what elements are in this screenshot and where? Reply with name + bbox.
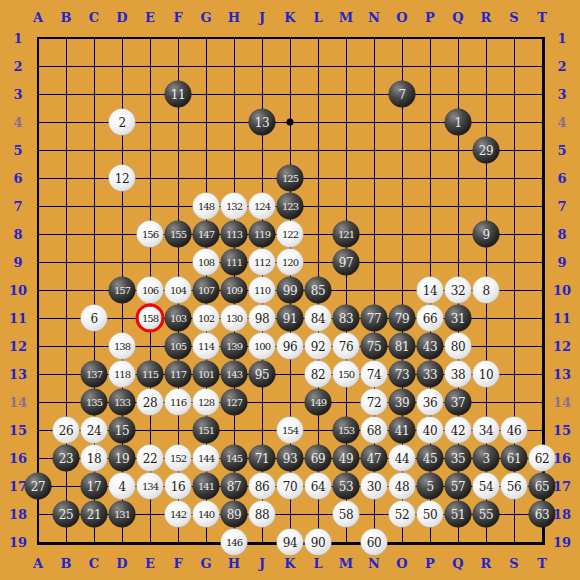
white-stone-30[interactable]: 30 xyxy=(361,473,388,500)
stone-move-number: 1 xyxy=(454,115,461,129)
column-label-bottom: N xyxy=(368,556,380,571)
stone-move-number: 37 xyxy=(451,395,465,409)
white-stone-102[interactable]: 102 xyxy=(193,305,220,332)
black-stone-91[interactable]: 91 xyxy=(277,305,304,332)
black-stone-101[interactable]: 101 xyxy=(193,361,220,388)
column-label-top: O xyxy=(396,10,407,25)
white-stone-140[interactable]: 140 xyxy=(193,501,220,528)
stone-move-number: 91 xyxy=(283,311,297,325)
column-label-top: R xyxy=(481,10,492,25)
stone-move-number: 88 xyxy=(255,507,269,521)
stone-move-number: 116 xyxy=(170,397,186,408)
black-stone-157[interactable]: 157 xyxy=(109,277,136,304)
stone-move-number: 27 xyxy=(31,479,45,493)
stone-move-number: 156 xyxy=(142,229,158,240)
row-label-left: 16 xyxy=(9,451,27,466)
black-stone-83[interactable]: 83 xyxy=(333,305,360,332)
black-stone-75[interactable]: 75 xyxy=(361,333,388,360)
black-stone-51[interactable]: 51 xyxy=(445,501,472,528)
row-label-left: 2 xyxy=(13,59,22,74)
black-stone-5[interactable]: 5 xyxy=(417,473,444,500)
black-stone-25[interactable]: 25 xyxy=(53,501,80,528)
black-stone-33[interactable]: 33 xyxy=(417,361,444,388)
column-label-top: N xyxy=(368,10,380,25)
row-label-left: 12 xyxy=(9,339,27,354)
white-stone-16[interactable]: 16 xyxy=(165,473,192,500)
row-label-left: 7 xyxy=(13,199,22,214)
white-stone-68[interactable]: 68 xyxy=(361,417,388,444)
white-stone-4[interactable]: 4 xyxy=(109,473,136,500)
stone-move-number: 36 xyxy=(423,395,437,409)
column-label-top: J xyxy=(259,10,265,25)
stone-move-number: 93 xyxy=(283,451,297,465)
black-stone-151[interactable]: 151 xyxy=(193,417,220,444)
white-stone-6[interactable]: 6 xyxy=(81,305,108,332)
black-stone-63[interactable]: 63 xyxy=(529,501,556,528)
white-stone-44[interactable]: 44 xyxy=(389,445,416,472)
white-stone-48[interactable]: 48 xyxy=(389,473,416,500)
black-stone-1[interactable]: 1 xyxy=(445,109,472,136)
black-stone-29[interactable]: 29 xyxy=(473,137,500,164)
row-label-right: 8 xyxy=(557,227,566,242)
white-stone-110[interactable]: 110 xyxy=(249,277,276,304)
stone-move-number: 74 xyxy=(367,367,381,381)
stone-move-number: 34 xyxy=(479,423,493,437)
black-stone-89[interactable]: 89 xyxy=(221,501,248,528)
white-stone-86[interactable]: 86 xyxy=(249,473,276,500)
black-stone-109[interactable]: 109 xyxy=(221,277,248,304)
black-stone-85[interactable]: 85 xyxy=(305,277,332,304)
row-label-left: 5 xyxy=(13,143,22,158)
white-stone-96[interactable]: 96 xyxy=(277,333,304,360)
white-stone-80[interactable]: 80 xyxy=(445,333,472,360)
white-stone-36[interactable]: 36 xyxy=(417,389,444,416)
black-stone-73[interactable]: 73 xyxy=(389,361,416,388)
column-label-bottom: L xyxy=(313,556,322,571)
stone-move-number: 138 xyxy=(114,341,130,352)
stone-move-number: 77 xyxy=(367,311,381,325)
white-stone-112[interactable]: 112 xyxy=(249,249,276,276)
stone-move-number: 5 xyxy=(426,479,433,493)
white-stone-90[interactable]: 90 xyxy=(305,529,332,556)
stone-move-number: 47 xyxy=(367,451,381,465)
white-stone-156[interactable]: 156 xyxy=(137,221,164,248)
stone-move-number: 68 xyxy=(367,423,381,437)
stone-move-number: 130 xyxy=(226,313,242,324)
stone-move-number: 15 xyxy=(115,423,129,437)
column-label-bottom: P xyxy=(425,556,435,571)
stone-move-number: 64 xyxy=(311,479,325,493)
black-stone-9[interactable]: 9 xyxy=(473,221,500,248)
stone-move-number: 132 xyxy=(226,201,242,212)
white-stone-50[interactable]: 50 xyxy=(417,501,444,528)
white-stone-120[interactable]: 120 xyxy=(277,249,304,276)
black-stone-81[interactable]: 81 xyxy=(389,333,416,360)
white-stone-104[interactable]: 104 xyxy=(165,277,192,304)
column-label-bottom: K xyxy=(284,556,295,571)
stone-move-number: 35 xyxy=(451,451,465,465)
row-label-right: 16 xyxy=(553,451,571,466)
black-stone-121[interactable]: 121 xyxy=(333,221,360,248)
black-stone-3[interactable]: 3 xyxy=(473,445,500,472)
stone-move-number: 87 xyxy=(227,479,241,493)
black-stone-71[interactable]: 71 xyxy=(249,445,276,472)
row-label-left: 10 xyxy=(9,283,27,298)
row-label-left: 9 xyxy=(13,255,22,270)
stone-move-number: 55 xyxy=(479,507,493,521)
column-label-top: D xyxy=(116,10,127,25)
white-stone-2[interactable]: 2 xyxy=(109,109,136,136)
column-label-bottom: O xyxy=(396,556,407,571)
stone-move-number: 154 xyxy=(282,425,298,436)
stone-move-number: 140 xyxy=(198,509,214,520)
black-stone-127[interactable]: 127 xyxy=(221,389,248,416)
column-label-top: F xyxy=(173,10,182,25)
white-stone-14[interactable]: 14 xyxy=(417,277,444,304)
white-stone-28[interactable]: 28 xyxy=(137,389,164,416)
stone-move-number: 98 xyxy=(255,311,269,325)
white-stone-58[interactable]: 58 xyxy=(333,501,360,528)
stone-move-number: 61 xyxy=(507,451,521,465)
stone-move-number: 12 xyxy=(115,171,129,185)
column-label-top: G xyxy=(200,10,211,25)
stone-move-number: 14 xyxy=(423,283,437,297)
stone-move-number: 143 xyxy=(226,369,242,380)
black-stone-37[interactable]: 37 xyxy=(445,389,472,416)
row-label-left: 15 xyxy=(9,423,27,438)
row-label-right: 7 xyxy=(557,199,566,214)
stone-move-number: 24 xyxy=(87,423,101,437)
white-stone-94[interactable]: 94 xyxy=(277,529,304,556)
black-stone-143[interactable]: 143 xyxy=(221,361,248,388)
stone-move-number: 110 xyxy=(254,285,270,296)
black-stone-99[interactable]: 99 xyxy=(277,277,304,304)
black-stone-23[interactable]: 23 xyxy=(53,445,80,472)
black-stone-27[interactable]: 27 xyxy=(25,473,52,500)
stone-move-number: 43 xyxy=(423,339,437,353)
black-stone-31[interactable]: 31 xyxy=(445,305,472,332)
white-stone-106[interactable]: 106 xyxy=(137,277,164,304)
stone-move-number: 112 xyxy=(254,257,270,268)
white-stone-150[interactable]: 150 xyxy=(333,361,360,388)
stone-move-number: 92 xyxy=(311,339,325,353)
black-stone-69[interactable]: 69 xyxy=(305,445,332,472)
black-stone-105[interactable]: 105 xyxy=(165,333,192,360)
black-stone-93[interactable]: 93 xyxy=(277,445,304,472)
stone-move-number: 131 xyxy=(114,509,130,520)
stone-move-number: 106 xyxy=(142,285,158,296)
row-label-right: 3 xyxy=(557,87,566,102)
black-stone-57[interactable]: 57 xyxy=(445,473,472,500)
stone-move-number: 107 xyxy=(198,285,214,296)
stone-move-number: 46 xyxy=(507,423,521,437)
stone-move-number: 146 xyxy=(226,537,242,548)
black-stone-113[interactable]: 113 xyxy=(221,221,248,248)
black-stone-115[interactable]: 115 xyxy=(137,361,164,388)
white-stone-128[interactable]: 128 xyxy=(193,389,220,416)
white-stone-152[interactable]: 152 xyxy=(165,445,192,472)
black-stone-39[interactable]: 39 xyxy=(389,389,416,416)
black-stone-131[interactable]: 131 xyxy=(109,501,136,528)
column-label-bottom: B xyxy=(61,556,72,571)
white-stone-154[interactable]: 154 xyxy=(277,417,304,444)
stone-move-number: 66 xyxy=(423,311,437,325)
white-stone-158-last-move[interactable]: 158 xyxy=(136,304,165,333)
black-stone-97[interactable]: 97 xyxy=(333,249,360,276)
white-stone-46[interactable]: 46 xyxy=(501,417,528,444)
white-stone-18[interactable]: 18 xyxy=(81,445,108,472)
black-stone-125[interactable]: 125 xyxy=(277,165,304,192)
stone-move-number: 115 xyxy=(142,369,158,380)
white-stone-64[interactable]: 64 xyxy=(305,473,332,500)
black-stone-147[interactable]: 147 xyxy=(193,221,220,248)
stone-move-number: 75 xyxy=(367,339,381,353)
column-label-bottom: A xyxy=(33,556,43,571)
stone-move-number: 120 xyxy=(282,257,298,268)
stone-move-number: 109 xyxy=(226,285,242,296)
white-stone-122[interactable]: 122 xyxy=(277,221,304,248)
row-label-right: 1 xyxy=(557,31,566,46)
column-label-bottom: T xyxy=(537,556,547,571)
go-board[interactable]: AABBCCDDEEFFGGHHJJKKLLMMNNOOPPQQRRSSTT11… xyxy=(0,0,580,580)
white-stone-60[interactable]: 60 xyxy=(361,529,388,556)
stone-move-number: 41 xyxy=(395,423,409,437)
black-stone-137[interactable]: 137 xyxy=(81,361,108,388)
black-stone-41[interactable]: 41 xyxy=(389,417,416,444)
row-label-right: 17 xyxy=(553,479,571,494)
stone-move-number: 121 xyxy=(338,229,354,240)
white-stone-22[interactable]: 22 xyxy=(137,445,164,472)
white-stone-98[interactable]: 98 xyxy=(249,305,276,332)
white-stone-148[interactable]: 148 xyxy=(193,193,220,220)
stone-move-number: 22 xyxy=(143,451,157,465)
column-label-bottom: E xyxy=(145,556,155,571)
stone-move-number: 150 xyxy=(338,369,354,380)
stone-move-number: 124 xyxy=(254,201,270,212)
white-stone-54[interactable]: 54 xyxy=(473,473,500,500)
stone-move-number: 2 xyxy=(118,115,125,129)
stone-move-number: 70 xyxy=(283,479,297,493)
stone-move-number: 145 xyxy=(226,453,242,464)
white-stone-76[interactable]: 76 xyxy=(333,333,360,360)
white-stone-66[interactable]: 66 xyxy=(417,305,444,332)
white-stone-132[interactable]: 132 xyxy=(221,193,248,220)
white-stone-8[interactable]: 8 xyxy=(473,277,500,304)
column-label-top: K xyxy=(284,10,295,25)
stone-move-number: 128 xyxy=(198,397,214,408)
black-stone-145[interactable]: 145 xyxy=(221,445,248,472)
column-label-bottom: F xyxy=(173,556,182,571)
row-label-left: 13 xyxy=(9,367,27,382)
stone-move-number: 105 xyxy=(170,341,186,352)
white-stone-134[interactable]: 134 xyxy=(137,473,164,500)
column-label-top: M xyxy=(339,10,353,25)
column-label-bottom: R xyxy=(481,556,492,571)
white-stone-124[interactable]: 124 xyxy=(249,193,276,220)
stone-move-number: 60 xyxy=(367,535,381,549)
white-stone-10[interactable]: 10 xyxy=(473,361,500,388)
white-stone-142[interactable]: 142 xyxy=(165,501,192,528)
stone-move-number: 99 xyxy=(283,283,297,297)
white-stone-82[interactable]: 82 xyxy=(305,361,332,388)
stone-move-number: 18 xyxy=(87,451,101,465)
white-stone-38[interactable]: 38 xyxy=(445,361,472,388)
stone-move-number: 85 xyxy=(311,283,325,297)
stone-move-number: 26 xyxy=(59,423,73,437)
white-stone-62[interactable]: 62 xyxy=(529,445,556,472)
stone-move-number: 7 xyxy=(398,87,405,101)
white-stone-144[interactable]: 144 xyxy=(193,445,220,472)
row-label-right: 9 xyxy=(557,255,566,270)
white-stone-74[interactable]: 74 xyxy=(361,361,388,388)
black-stone-111[interactable]: 111 xyxy=(221,249,248,276)
stone-move-number: 114 xyxy=(198,341,214,352)
black-stone-117[interactable]: 117 xyxy=(165,361,192,388)
white-stone-52[interactable]: 52 xyxy=(389,501,416,528)
row-label-right: 4 xyxy=(557,115,566,130)
stone-move-number: 125 xyxy=(282,173,298,184)
black-stone-141[interactable]: 141 xyxy=(193,473,220,500)
stone-move-number: 97 xyxy=(339,255,353,269)
white-stone-138[interactable]: 138 xyxy=(109,333,136,360)
stone-move-number: 16 xyxy=(171,479,185,493)
column-label-bottom: Q xyxy=(452,556,463,571)
black-stone-123[interactable]: 123 xyxy=(277,193,304,220)
row-label-left: 8 xyxy=(13,227,22,242)
black-stone-53[interactable]: 53 xyxy=(333,473,360,500)
stone-move-number: 65 xyxy=(535,479,549,493)
stone-move-number: 40 xyxy=(423,423,437,437)
black-stone-61[interactable]: 61 xyxy=(501,445,528,472)
white-stone-26[interactable]: 26 xyxy=(53,417,80,444)
stone-move-number: 44 xyxy=(395,451,409,465)
white-stone-88[interactable]: 88 xyxy=(249,501,276,528)
stone-move-number: 101 xyxy=(198,369,214,380)
white-stone-70[interactable]: 70 xyxy=(277,473,304,500)
stone-move-number: 86 xyxy=(255,479,269,493)
black-stone-153[interactable]: 153 xyxy=(333,417,360,444)
black-stone-155[interactable]: 155 xyxy=(165,221,192,248)
stone-move-number: 89 xyxy=(227,507,241,521)
stone-move-number: 142 xyxy=(170,509,186,520)
stone-move-number: 79 xyxy=(395,311,409,325)
stone-move-number: 51 xyxy=(451,507,465,521)
stone-move-number: 31 xyxy=(451,311,465,325)
stone-move-number: 25 xyxy=(59,507,73,521)
black-stone-79[interactable]: 79 xyxy=(389,305,416,332)
stone-move-number: 141 xyxy=(198,481,214,492)
black-stone-43[interactable]: 43 xyxy=(417,333,444,360)
white-stone-24[interactable]: 24 xyxy=(81,417,108,444)
row-label-left: 11 xyxy=(9,311,27,326)
white-stone-56[interactable]: 56 xyxy=(501,473,528,500)
black-stone-103[interactable]: 103 xyxy=(165,305,192,332)
column-label-top: Q xyxy=(452,10,463,25)
stone-move-number: 119 xyxy=(254,229,270,240)
white-stone-118[interactable]: 118 xyxy=(109,361,136,388)
stone-move-number: 144 xyxy=(198,453,214,464)
stone-move-number: 82 xyxy=(311,367,325,381)
stone-move-number: 50 xyxy=(423,507,437,521)
black-stone-119[interactable]: 119 xyxy=(249,221,276,248)
white-stone-146[interactable]: 146 xyxy=(221,529,248,556)
stone-move-number: 123 xyxy=(282,201,298,212)
stone-move-number: 19 xyxy=(115,451,129,465)
black-stone-35[interactable]: 35 xyxy=(445,445,472,472)
white-stone-114[interactable]: 114 xyxy=(193,333,220,360)
white-stone-34[interactable]: 34 xyxy=(473,417,500,444)
stone-move-number: 17 xyxy=(87,479,101,493)
black-stone-135[interactable]: 135 xyxy=(81,389,108,416)
black-stone-139[interactable]: 139 xyxy=(221,333,248,360)
white-stone-84[interactable]: 84 xyxy=(305,305,332,332)
black-stone-133[interactable]: 133 xyxy=(109,389,136,416)
black-stone-13[interactable]: 13 xyxy=(249,109,276,136)
black-stone-107[interactable]: 107 xyxy=(193,277,220,304)
stone-move-number: 111 xyxy=(226,257,242,268)
white-stone-12[interactable]: 12 xyxy=(109,165,136,192)
row-label-right: 2 xyxy=(557,59,566,74)
white-stone-72[interactable]: 72 xyxy=(361,389,388,416)
stone-move-number: 48 xyxy=(395,479,409,493)
black-stone-77[interactable]: 77 xyxy=(361,305,388,332)
black-stone-65[interactable]: 65 xyxy=(529,473,556,500)
stone-move-number: 96 xyxy=(283,339,297,353)
stone-move-number: 9 xyxy=(482,227,489,241)
stone-move-number: 103 xyxy=(170,313,186,324)
white-stone-108[interactable]: 108 xyxy=(193,249,220,276)
stone-move-number: 49 xyxy=(339,451,353,465)
stone-move-number: 153 xyxy=(338,425,354,436)
white-stone-100[interactable]: 100 xyxy=(249,333,276,360)
column-label-top: A xyxy=(33,10,43,25)
black-stone-87[interactable]: 87 xyxy=(221,473,248,500)
white-stone-40[interactable]: 40 xyxy=(417,417,444,444)
black-stone-95[interactable]: 95 xyxy=(249,361,276,388)
black-stone-7[interactable]: 7 xyxy=(389,81,416,108)
stone-move-number: 135 xyxy=(86,397,102,408)
black-stone-49[interactable]: 49 xyxy=(333,445,360,472)
black-stone-21[interactable]: 21 xyxy=(81,501,108,528)
white-stone-92[interactable]: 92 xyxy=(305,333,332,360)
stone-move-number: 30 xyxy=(367,479,381,493)
black-stone-47[interactable]: 47 xyxy=(361,445,388,472)
stone-move-number: 63 xyxy=(535,507,549,521)
white-stone-116[interactable]: 116 xyxy=(165,389,192,416)
black-stone-11[interactable]: 11 xyxy=(165,81,192,108)
black-stone-19[interactable]: 19 xyxy=(109,445,136,472)
row-label-right: 10 xyxy=(553,283,571,298)
stone-move-number: 73 xyxy=(395,367,409,381)
stone-move-number: 8 xyxy=(482,283,489,297)
black-stone-17[interactable]: 17 xyxy=(81,473,108,500)
stone-move-number: 57 xyxy=(451,479,465,493)
stone-move-number: 83 xyxy=(339,311,353,325)
black-stone-55[interactable]: 55 xyxy=(473,501,500,528)
black-stone-15[interactable]: 15 xyxy=(109,417,136,444)
white-stone-130[interactable]: 130 xyxy=(221,305,248,332)
column-label-top: L xyxy=(313,10,322,25)
white-stone-42[interactable]: 42 xyxy=(445,417,472,444)
stone-move-number: 134 xyxy=(142,481,158,492)
white-stone-32[interactable]: 32 xyxy=(445,277,472,304)
stone-move-number: 80 xyxy=(451,339,465,353)
stone-move-number: 38 xyxy=(451,367,465,381)
stone-move-number: 102 xyxy=(198,313,214,324)
black-stone-45[interactable]: 45 xyxy=(417,445,444,472)
black-stone-149[interactable]: 149 xyxy=(305,389,332,416)
stone-move-number: 127 xyxy=(226,397,242,408)
